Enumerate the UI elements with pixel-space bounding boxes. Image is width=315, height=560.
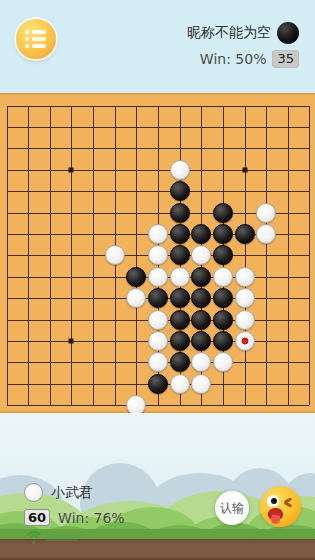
top-player-name: 昵称不能为空 [187,24,271,42]
stone-black [213,331,233,351]
stone-black [213,203,233,223]
last-move-marker [241,337,248,344]
stone-black [170,181,190,201]
stone-white [256,203,276,223]
bottom-player-level-badge: 60 [24,509,50,526]
bottom-player-info: 小武君 60 Win: 76% [24,483,125,526]
bottom-player-name: 小武君 [51,484,93,502]
top-player-win-rate: Win: 50% [200,51,267,67]
menu-button[interactable] [16,19,56,59]
star-point [69,338,74,343]
stone-black [170,245,190,265]
stone-white [126,288,146,308]
top-player-level-badge: 35 [272,50,299,68]
stone-white [235,267,255,287]
stone-black [213,224,233,244]
stone-black [170,352,190,372]
stone-white [105,245,125,265]
stone-black [191,288,211,308]
stone-black [170,331,190,351]
stone-black [170,224,190,244]
stone-black [191,331,211,351]
stone-white [235,288,255,308]
stone-white [148,224,168,244]
stone-white [170,267,190,287]
stone-black [213,245,233,265]
stone-black [213,288,233,308]
stone-white [148,352,168,372]
stone-white [191,245,211,265]
stone-black [126,267,146,287]
stone-white [148,310,168,330]
stone-white [148,267,168,287]
stone-white [170,160,190,180]
emoji-tongue [270,514,280,524]
stone-black [170,310,190,330]
emoji-left-eye [267,495,279,507]
stone-black [170,288,190,308]
stone-white [191,374,211,394]
stone-white [191,352,211,372]
board[interactable] [0,93,315,413]
stone-white [213,267,233,287]
wifi-watermark [45,535,79,541]
resign-button[interactable]: 认输 [215,491,249,525]
black-stone-icon [277,22,299,44]
stone-black [235,224,255,244]
stone-black [191,267,211,287]
ground [0,539,315,560]
stone-black [213,310,233,330]
star-point [69,167,74,172]
stone-white [256,224,276,244]
stone-black [191,310,211,330]
stone-black [170,203,190,223]
bottom-player-win-rate: Win: 76% [58,510,125,526]
stone-black [148,374,168,394]
wifi-icon [24,531,42,545]
stone-black [191,224,211,244]
menu-list-icon [25,30,56,34]
stone-white [148,331,168,351]
emoji-button[interactable] [260,486,301,527]
top-player-info: 昵称不能为空 Win: 50% 35 [187,22,299,68]
stone-white [213,352,233,372]
stone-white [148,245,168,265]
white-stone-icon [24,483,43,502]
star-point [242,167,247,172]
stone-white [170,374,190,394]
game-screen: 昵称不能为空 Win: 50% 35 [0,0,315,560]
resign-button-label: 认输 [220,500,244,517]
stone-black [148,288,168,308]
stone-white [235,310,255,330]
